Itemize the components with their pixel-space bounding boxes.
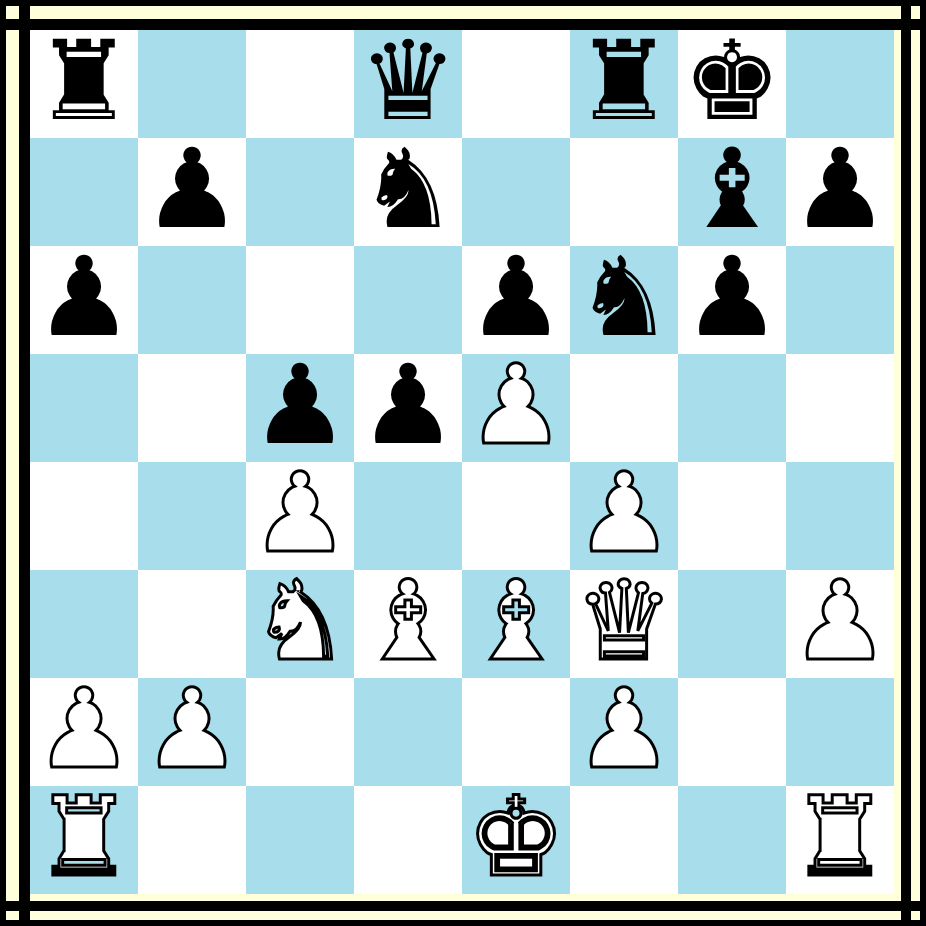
square-a7[interactable]: [30, 138, 138, 246]
white-queen-piece: ♛: [575, 566, 674, 676]
square-a1[interactable]: ♜: [30, 786, 138, 894]
square-f8[interactable]: ♜: [570, 30, 678, 138]
square-c1[interactable]: [246, 786, 354, 894]
square-h3[interactable]: ♟: [786, 570, 894, 678]
black-knight-piece: ♞: [359, 134, 458, 244]
square-f5[interactable]: [570, 354, 678, 462]
black-pawn-piece: ♟: [35, 242, 134, 352]
square-a4[interactable]: [30, 462, 138, 570]
square-c2[interactable]: [246, 678, 354, 786]
white-bishop-piece: ♝: [359, 566, 458, 676]
black-bishop-piece: ♝: [683, 134, 782, 244]
white-pawn-piece: ♟: [575, 458, 674, 568]
white-bishop-piece: ♝: [467, 566, 566, 676]
white-pawn-piece: ♟: [35, 674, 134, 784]
square-d3[interactable]: ♝: [354, 570, 462, 678]
black-pawn-piece: ♟: [791, 134, 890, 244]
square-h5[interactable]: [786, 354, 894, 462]
square-d2[interactable]: [354, 678, 462, 786]
square-e3[interactable]: ♝: [462, 570, 570, 678]
white-knight-piece: ♞: [251, 566, 350, 676]
black-pawn-piece: ♟: [143, 134, 242, 244]
square-b7[interactable]: ♟: [138, 138, 246, 246]
white-pawn-piece: ♟: [251, 458, 350, 568]
square-e8[interactable]: [462, 30, 570, 138]
square-d8[interactable]: ♛: [354, 30, 462, 138]
frame-line-left: [19, 6, 30, 920]
square-a3[interactable]: [30, 570, 138, 678]
square-f1[interactable]: [570, 786, 678, 894]
black-king-piece: ♚: [683, 26, 782, 136]
black-rook-piece: ♜: [35, 26, 134, 136]
black-pawn-piece: ♟: [467, 242, 566, 352]
square-b8[interactable]: [138, 30, 246, 138]
square-c6[interactable]: [246, 246, 354, 354]
square-f2[interactable]: ♟: [570, 678, 678, 786]
square-g7[interactable]: ♝: [678, 138, 786, 246]
square-g6[interactable]: ♟: [678, 246, 786, 354]
square-c8[interactable]: [246, 30, 354, 138]
square-c3[interactable]: ♞: [246, 570, 354, 678]
square-g2[interactable]: [678, 678, 786, 786]
square-b4[interactable]: [138, 462, 246, 570]
square-e6[interactable]: ♟: [462, 246, 570, 354]
square-h1[interactable]: ♜: [786, 786, 894, 894]
black-knight-piece: ♞: [575, 242, 674, 352]
square-h2[interactable]: [786, 678, 894, 786]
square-b3[interactable]: [138, 570, 246, 678]
white-pawn-piece: ♟: [791, 566, 890, 676]
square-g5[interactable]: [678, 354, 786, 462]
square-a2[interactable]: ♟: [30, 678, 138, 786]
square-h4[interactable]: [786, 462, 894, 570]
black-queen-piece: ♛: [359, 26, 458, 136]
white-king-piece: ♚: [467, 782, 566, 892]
frame-line-top: [6, 19, 920, 30]
square-e1[interactable]: ♚: [462, 786, 570, 894]
square-a8[interactable]: ♜: [30, 30, 138, 138]
frame-line-bottom: [6, 901, 920, 911]
square-f7[interactable]: [570, 138, 678, 246]
black-rook-piece: ♜: [575, 26, 674, 136]
square-d4[interactable]: [354, 462, 462, 570]
black-pawn-piece: ♟: [359, 350, 458, 460]
square-d6[interactable]: [354, 246, 462, 354]
chess-board: ♜♛♜♚♟♞♝♟♟♟♞♟♟♟♟♟♟♞♝♝♛♟♟♟♟♜♚♜: [30, 30, 894, 894]
square-c4[interactable]: ♟: [246, 462, 354, 570]
square-b1[interactable]: [138, 786, 246, 894]
square-g4[interactable]: [678, 462, 786, 570]
square-e4[interactable]: [462, 462, 570, 570]
square-h7[interactable]: ♟: [786, 138, 894, 246]
square-c5[interactable]: ♟: [246, 354, 354, 462]
diagram-frame: ♜♛♜♚♟♞♝♟♟♟♞♟♟♟♟♟♟♞♝♝♛♟♟♟♟♜♚♜: [0, 0, 926, 926]
square-h8[interactable]: [786, 30, 894, 138]
square-b6[interactable]: [138, 246, 246, 354]
square-d1[interactable]: [354, 786, 462, 894]
square-e7[interactable]: [462, 138, 570, 246]
square-c7[interactable]: [246, 138, 354, 246]
square-f3[interactable]: ♛: [570, 570, 678, 678]
square-h6[interactable]: [786, 246, 894, 354]
frame-line-right: [901, 6, 911, 920]
square-f6[interactable]: ♞: [570, 246, 678, 354]
white-pawn-piece: ♟: [467, 350, 566, 460]
square-d7[interactable]: ♞: [354, 138, 462, 246]
square-b5[interactable]: [138, 354, 246, 462]
white-pawn-piece: ♟: [575, 674, 674, 784]
square-g3[interactable]: [678, 570, 786, 678]
square-a5[interactable]: [30, 354, 138, 462]
square-a6[interactable]: ♟: [30, 246, 138, 354]
square-g1[interactable]: [678, 786, 786, 894]
square-g8[interactable]: ♚: [678, 30, 786, 138]
square-f4[interactable]: ♟: [570, 462, 678, 570]
black-pawn-piece: ♟: [251, 350, 350, 460]
black-pawn-piece: ♟: [683, 242, 782, 352]
white-pawn-piece: ♟: [143, 674, 242, 784]
white-rook-piece: ♜: [35, 782, 134, 892]
square-b2[interactable]: ♟: [138, 678, 246, 786]
square-e2[interactable]: [462, 678, 570, 786]
square-d5[interactable]: ♟: [354, 354, 462, 462]
white-rook-piece: ♜: [791, 782, 890, 892]
square-e5[interactable]: ♟: [462, 354, 570, 462]
